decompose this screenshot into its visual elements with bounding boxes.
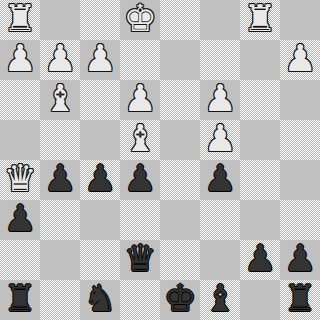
- black-pawn: ♟: [43, 160, 76, 199]
- square-c6[interactable]: [200, 200, 240, 240]
- square-f4[interactable]: [80, 120, 120, 160]
- square-b1[interactable]: ♜: [240, 0, 280, 40]
- black-pawn: ♟: [123, 160, 156, 199]
- white-pawn: ♟: [83, 40, 116, 79]
- black-rook: ♜: [283, 280, 316, 319]
- square-d4[interactable]: [160, 120, 200, 160]
- square-c3[interactable]: ♟: [200, 80, 240, 120]
- white-pawn: ♟: [283, 40, 316, 79]
- square-d6[interactable]: [160, 200, 200, 240]
- square-d3[interactable]: [160, 80, 200, 120]
- square-b8[interactable]: [240, 280, 280, 320]
- square-b4[interactable]: [240, 120, 280, 160]
- black-pawn: ♟: [3, 200, 36, 239]
- square-c1[interactable]: [200, 0, 240, 40]
- square-e6[interactable]: [120, 200, 160, 240]
- square-b3[interactable]: [240, 80, 280, 120]
- square-g4[interactable]: [40, 120, 80, 160]
- square-f2[interactable]: ♟: [80, 40, 120, 80]
- square-f3[interactable]: [80, 80, 120, 120]
- white-pawn: ♟: [123, 80, 156, 119]
- black-bishop: ♝: [203, 280, 236, 319]
- square-h2[interactable]: ♟: [0, 40, 40, 80]
- black-pawn: ♟: [83, 160, 116, 199]
- black-pawn: ♟: [203, 160, 236, 199]
- white-bishop: ♝: [123, 120, 156, 159]
- white-pawn: ♟: [43, 40, 76, 79]
- square-h1[interactable]: ♜: [0, 0, 40, 40]
- square-e1[interactable]: ♚: [120, 0, 160, 40]
- square-g7[interactable]: [40, 240, 80, 280]
- square-d7[interactable]: [160, 240, 200, 280]
- white-queen: ♛: [3, 160, 36, 199]
- square-b2[interactable]: [240, 40, 280, 80]
- black-rook: ♜: [3, 280, 36, 319]
- square-b5[interactable]: [240, 160, 280, 200]
- square-d5[interactable]: [160, 160, 200, 200]
- square-f8[interactable]: ♞: [80, 280, 120, 320]
- square-c8[interactable]: ♝: [200, 280, 240, 320]
- square-e4[interactable]: ♝: [120, 120, 160, 160]
- white-bishop: ♝: [43, 80, 76, 119]
- square-h4[interactable]: [0, 120, 40, 160]
- square-g8[interactable]: [40, 280, 80, 320]
- black-pawn: ♟: [283, 240, 316, 279]
- chess-board: ♜♚♜♟♟♟♟♝♟♟♝♟♛♟♟♟♟♟♛♟♟♜♞♚♝♜: [0, 0, 320, 320]
- square-h7[interactable]: [0, 240, 40, 280]
- square-f7[interactable]: [80, 240, 120, 280]
- square-f6[interactable]: [80, 200, 120, 240]
- square-g5[interactable]: ♟: [40, 160, 80, 200]
- white-pawn: ♟: [203, 80, 236, 119]
- square-a7[interactable]: ♟: [280, 240, 320, 280]
- square-h5[interactable]: ♛: [0, 160, 40, 200]
- square-c4[interactable]: ♟: [200, 120, 240, 160]
- black-pawn: ♟: [243, 240, 276, 279]
- square-e2[interactable]: [120, 40, 160, 80]
- square-h8[interactable]: ♜: [0, 280, 40, 320]
- square-f5[interactable]: ♟: [80, 160, 120, 200]
- black-king: ♚: [163, 280, 196, 319]
- square-e5[interactable]: ♟: [120, 160, 160, 200]
- square-e8[interactable]: [120, 280, 160, 320]
- white-rook: ♜: [243, 0, 276, 39]
- square-b7[interactable]: ♟: [240, 240, 280, 280]
- square-g6[interactable]: [40, 200, 80, 240]
- square-a5[interactable]: [280, 160, 320, 200]
- square-g1[interactable]: [40, 0, 80, 40]
- square-c7[interactable]: [200, 240, 240, 280]
- square-e7[interactable]: ♛: [120, 240, 160, 280]
- square-h3[interactable]: [0, 80, 40, 120]
- square-a6[interactable]: [280, 200, 320, 240]
- square-h6[interactable]: ♟: [0, 200, 40, 240]
- square-a8[interactable]: ♜: [280, 280, 320, 320]
- square-d2[interactable]: [160, 40, 200, 80]
- square-c5[interactable]: ♟: [200, 160, 240, 200]
- square-d8[interactable]: ♚: [160, 280, 200, 320]
- square-f1[interactable]: [80, 0, 120, 40]
- white-king: ♚: [123, 0, 156, 39]
- square-e3[interactable]: ♟: [120, 80, 160, 120]
- square-a4[interactable]: [280, 120, 320, 160]
- white-rook: ♜: [3, 0, 36, 39]
- square-b6[interactable]: [240, 200, 280, 240]
- black-queen: ♛: [123, 240, 156, 279]
- white-pawn: ♟: [203, 120, 236, 159]
- square-a1[interactable]: [280, 0, 320, 40]
- square-c2[interactable]: [200, 40, 240, 80]
- square-g3[interactable]: ♝: [40, 80, 80, 120]
- black-knight: ♞: [83, 280, 116, 319]
- square-g2[interactable]: ♟: [40, 40, 80, 80]
- white-pawn: ♟: [3, 40, 36, 79]
- square-a2[interactable]: ♟: [280, 40, 320, 80]
- square-a3[interactable]: [280, 80, 320, 120]
- square-d1[interactable]: [160, 0, 200, 40]
